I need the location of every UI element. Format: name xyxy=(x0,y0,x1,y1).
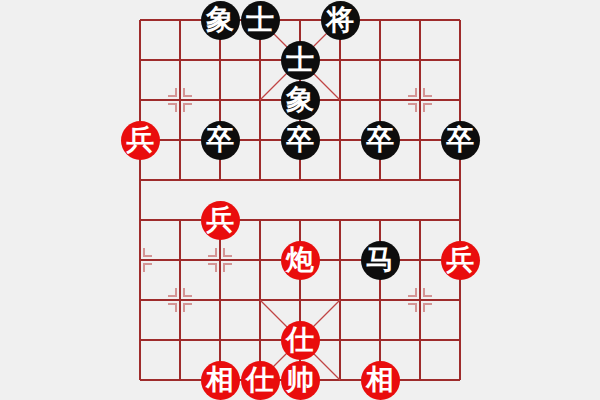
point-3-4[interactable] xyxy=(240,160,280,200)
point-3-9[interactable]: 仕 xyxy=(240,360,280,400)
point-8-0[interactable] xyxy=(440,0,480,40)
point-8-6[interactable]: 兵 xyxy=(440,240,480,280)
point-6-6[interactable]: 马 xyxy=(360,240,400,280)
point-6-0[interactable] xyxy=(360,0,400,40)
point-3-8[interactable] xyxy=(240,320,280,360)
point-0-5[interactable] xyxy=(120,200,160,240)
point-1-4[interactable] xyxy=(160,160,200,200)
point-5-8[interactable] xyxy=(320,320,360,360)
black-horse[interactable]: 马 xyxy=(361,241,400,280)
black-pawn[interactable]: 卒 xyxy=(441,121,480,160)
point-5-9[interactable] xyxy=(320,360,360,400)
point-2-6[interactable] xyxy=(200,240,240,280)
point-3-3[interactable] xyxy=(240,120,280,160)
point-7-0[interactable] xyxy=(400,0,440,40)
point-1-9[interactable] xyxy=(160,360,200,400)
black-elephant[interactable]: 象 xyxy=(281,81,320,120)
xiangqi-board: 象士将士象兵卒卒卒卒兵炮马兵仕相仕帅相 xyxy=(0,0,600,400)
point-8-7[interactable] xyxy=(440,280,480,320)
point-2-5[interactable]: 兵 xyxy=(200,200,240,240)
point-5-3[interactable] xyxy=(320,120,360,160)
point-2-7[interactable] xyxy=(200,280,240,320)
point-0-9[interactable] xyxy=(120,360,160,400)
red-cannon[interactable]: 炮 xyxy=(281,241,320,280)
point-0-1[interactable] xyxy=(120,40,160,80)
point-0-7[interactable] xyxy=(120,280,160,320)
point-3-5[interactable] xyxy=(240,200,280,240)
point-7-4[interactable] xyxy=(400,160,440,200)
point-5-5[interactable] xyxy=(320,200,360,240)
point-2-8[interactable] xyxy=(200,320,240,360)
point-1-3[interactable] xyxy=(160,120,200,160)
point-0-2[interactable] xyxy=(120,80,160,120)
point-2-0[interactable]: 象 xyxy=(200,0,240,40)
red-pawn[interactable]: 兵 xyxy=(201,201,240,240)
black-advisor[interactable]: 士 xyxy=(281,41,320,80)
point-4-9[interactable]: 帅 xyxy=(280,360,320,400)
point-2-4[interactable] xyxy=(200,160,240,200)
point-3-2[interactable] xyxy=(240,80,280,120)
point-8-4[interactable] xyxy=(440,160,480,200)
point-5-4[interactable] xyxy=(320,160,360,200)
point-1-6[interactable] xyxy=(160,240,200,280)
point-2-9[interactable]: 相 xyxy=(200,360,240,400)
point-5-6[interactable] xyxy=(320,240,360,280)
point-0-6[interactable] xyxy=(120,240,160,280)
black-pawn[interactable]: 卒 xyxy=(281,121,320,160)
point-8-8[interactable] xyxy=(440,320,480,360)
point-8-1[interactable] xyxy=(440,40,480,80)
point-7-7[interactable] xyxy=(400,280,440,320)
point-6-4[interactable] xyxy=(360,160,400,200)
point-3-7[interactable] xyxy=(240,280,280,320)
point-2-2[interactable] xyxy=(200,80,240,120)
point-4-8[interactable]: 仕 xyxy=(280,320,320,360)
point-4-1[interactable]: 士 xyxy=(280,40,320,80)
point-1-5[interactable] xyxy=(160,200,200,240)
point-7-8[interactable] xyxy=(400,320,440,360)
point-7-6[interactable] xyxy=(400,240,440,280)
point-1-8[interactable] xyxy=(160,320,200,360)
point-4-3[interactable]: 卒 xyxy=(280,120,320,160)
point-0-4[interactable] xyxy=(120,160,160,200)
point-3-0[interactable]: 士 xyxy=(240,0,280,40)
black-pawn[interactable]: 卒 xyxy=(201,121,240,160)
red-general[interactable]: 帅 xyxy=(281,361,320,400)
point-1-7[interactable] xyxy=(160,280,200,320)
red-pawn[interactable]: 兵 xyxy=(441,241,480,280)
red-advisor[interactable]: 仕 xyxy=(281,321,320,360)
point-3-6[interactable] xyxy=(240,240,280,280)
point-7-5[interactable] xyxy=(400,200,440,240)
point-5-7[interactable] xyxy=(320,280,360,320)
point-6-1[interactable] xyxy=(360,40,400,80)
point-4-7[interactable] xyxy=(280,280,320,320)
point-1-1[interactable] xyxy=(160,40,200,80)
point-8-2[interactable] xyxy=(440,80,480,120)
point-7-9[interactable] xyxy=(400,360,440,400)
point-7-2[interactable] xyxy=(400,80,440,120)
point-0-8[interactable] xyxy=(120,320,160,360)
black-general[interactable]: 将 xyxy=(321,1,360,40)
point-4-0[interactable] xyxy=(280,0,320,40)
black-pawn[interactable]: 卒 xyxy=(361,121,400,160)
point-4-4[interactable] xyxy=(280,160,320,200)
point-6-3[interactable]: 卒 xyxy=(360,120,400,160)
point-1-0[interactable] xyxy=(160,0,200,40)
point-2-1[interactable] xyxy=(200,40,240,80)
point-6-9[interactable]: 相 xyxy=(360,360,400,400)
point-5-0[interactable]: 将 xyxy=(320,0,360,40)
point-6-5[interactable] xyxy=(360,200,400,240)
point-5-2[interactable] xyxy=(320,80,360,120)
point-4-2[interactable]: 象 xyxy=(280,80,320,120)
point-7-3[interactable] xyxy=(400,120,440,160)
point-6-7[interactable] xyxy=(360,280,400,320)
point-6-8[interactable] xyxy=(360,320,400,360)
point-8-5[interactable] xyxy=(440,200,480,240)
point-5-1[interactable] xyxy=(320,40,360,80)
point-7-1[interactable] xyxy=(400,40,440,80)
point-0-3[interactable]: 兵 xyxy=(120,120,160,160)
red-advisor[interactable]: 仕 xyxy=(241,361,280,400)
black-advisor[interactable]: 士 xyxy=(241,1,280,40)
red-pawn[interactable]: 兵 xyxy=(121,121,160,160)
red-elephant[interactable]: 相 xyxy=(361,361,400,400)
point-0-0[interactable] xyxy=(120,0,160,40)
point-2-3[interactable]: 卒 xyxy=(200,120,240,160)
point-4-6[interactable]: 炮 xyxy=(280,240,320,280)
point-6-2[interactable] xyxy=(360,80,400,120)
board-points: 象士将士象兵卒卒卒卒兵炮马兵仕相仕帅相 xyxy=(120,0,480,400)
point-8-9[interactable] xyxy=(440,360,480,400)
point-4-5[interactable] xyxy=(280,200,320,240)
point-1-2[interactable] xyxy=(160,80,200,120)
point-8-3[interactable]: 卒 xyxy=(440,120,480,160)
red-elephant[interactable]: 相 xyxy=(201,361,240,400)
point-3-1[interactable] xyxy=(240,40,280,80)
black-elephant[interactable]: 象 xyxy=(201,1,240,40)
